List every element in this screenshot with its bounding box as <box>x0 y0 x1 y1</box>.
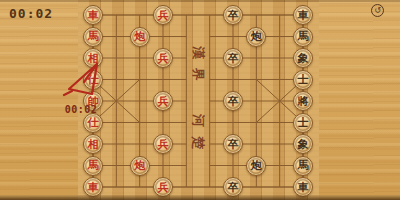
turn-indicator: 00:02 <box>56 61 106 115</box>
circular-arrow-icon: ↺ <box>374 7 381 15</box>
xiangqi-game-screen: 漢界 河楚 車馬相仕帥仕相馬車炮炮兵兵兵兵兵卒卒卒卒卒炮炮車馬象士將士象馬車 0… <box>0 0 400 200</box>
piece-red-馬[interactable]: 馬 <box>83 156 103 176</box>
piece-black-卒[interactable]: 卒 <box>223 48 243 68</box>
piece-red-車[interactable]: 車 <box>83 5 103 25</box>
river-label-hanjie: 漢界 <box>188 46 208 81</box>
piece-red-兵[interactable]: 兵 <box>153 177 173 197</box>
piece-red-兵[interactable]: 兵 <box>153 134 173 154</box>
piece-black-士[interactable]: 士 <box>293 113 313 133</box>
piece-black-馬[interactable]: 馬 <box>293 156 313 176</box>
piece-black-卒[interactable]: 卒 <box>223 134 243 154</box>
piece-black-卒[interactable]: 卒 <box>223 177 243 197</box>
piece-black-炮[interactable]: 炮 <box>246 27 266 47</box>
piece-red-炮[interactable]: 炮 <box>130 27 150 47</box>
piece-red-兵[interactable]: 兵 <box>153 5 173 25</box>
piece-red-相[interactable]: 相 <box>83 134 103 154</box>
piece-red-兵[interactable]: 兵 <box>153 91 173 111</box>
game-timer: 00:02 <box>9 6 53 21</box>
piece-red-兵[interactable]: 兵 <box>153 48 173 68</box>
move-timer: 00:02 <box>56 104 106 115</box>
piece-red-馬[interactable]: 馬 <box>83 27 103 47</box>
piece-black-炮[interactable]: 炮 <box>246 156 266 176</box>
piece-black-車[interactable]: 車 <box>293 5 313 25</box>
piece-red-炮[interactable]: 炮 <box>130 156 150 176</box>
menu-button[interactable]: ↺ <box>371 4 384 17</box>
piece-black-士[interactable]: 士 <box>293 70 313 90</box>
piece-black-馬[interactable]: 馬 <box>293 27 313 47</box>
piece-black-卒[interactable]: 卒 <box>223 91 243 111</box>
piece-red-仕[interactable]: 仕 <box>83 113 103 133</box>
piece-black-車[interactable]: 車 <box>293 177 313 197</box>
red-turn-arrow-icon <box>59 61 103 99</box>
river-label-chuhe: 河楚 <box>188 114 208 149</box>
piece-black-象[interactable]: 象 <box>293 48 313 68</box>
table-edge-bottom <box>0 195 400 200</box>
piece-black-卒[interactable]: 卒 <box>223 5 243 25</box>
piece-black-將[interactable]: 將 <box>293 91 313 111</box>
piece-black-象[interactable]: 象 <box>293 134 313 154</box>
piece-red-車[interactable]: 車 <box>83 177 103 197</box>
